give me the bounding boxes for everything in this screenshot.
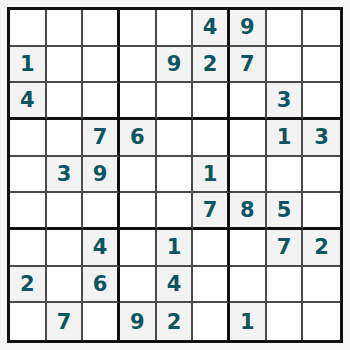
cell-r6c4[interactable]	[120, 193, 157, 230]
cell-r1c2[interactable]	[47, 10, 84, 47]
cell-r8c6[interactable]	[193, 267, 230, 304]
cell-r4c7[interactable]	[230, 120, 267, 157]
cell-r7c1[interactable]	[10, 230, 47, 267]
cell-r8c3[interactable]: 6	[83, 267, 120, 304]
cell-r8c5[interactable]: 4	[157, 267, 194, 304]
cell-r2c1[interactable]: 1	[10, 47, 47, 84]
cell-r7c4[interactable]	[120, 230, 157, 267]
cell-r3c4[interactable]	[120, 83, 157, 120]
cell-r9c8[interactable]	[267, 303, 304, 340]
cell-r8c1[interactable]: 2	[10, 267, 47, 304]
cell-r3c6[interactable]	[193, 83, 230, 120]
cell-r5c8[interactable]	[267, 157, 304, 194]
cell-r5c6[interactable]: 1	[193, 157, 230, 194]
cell-r7c8[interactable]: 7	[267, 230, 304, 267]
cell-r9c2[interactable]: 7	[47, 303, 84, 340]
sudoku-board: 49192743761339178541722647921	[7, 7, 343, 343]
cell-r8c7[interactable]	[230, 267, 267, 304]
cell-r7c7[interactable]	[230, 230, 267, 267]
cell-r9c9[interactable]	[303, 303, 340, 340]
cell-r2c7[interactable]: 7	[230, 47, 267, 84]
cell-r2c9[interactable]	[303, 47, 340, 84]
cell-r3c3[interactable]	[83, 83, 120, 120]
cell-r6c1[interactable]	[10, 193, 47, 230]
cell-r2c8[interactable]	[267, 47, 304, 84]
cell-r5c3[interactable]: 9	[83, 157, 120, 194]
cell-r4c9[interactable]: 3	[303, 120, 340, 157]
cell-r6c7[interactable]: 8	[230, 193, 267, 230]
cell-r8c9[interactable]	[303, 267, 340, 304]
cell-r3c2[interactable]	[47, 83, 84, 120]
cell-r2c4[interactable]	[120, 47, 157, 84]
cell-r2c6[interactable]: 2	[193, 47, 230, 84]
cell-r1c3[interactable]	[83, 10, 120, 47]
cell-r9c1[interactable]	[10, 303, 47, 340]
cell-r3c9[interactable]	[303, 83, 340, 120]
cell-r4c2[interactable]	[47, 120, 84, 157]
cell-r4c1[interactable]	[10, 120, 47, 157]
cell-r4c3[interactable]: 7	[83, 120, 120, 157]
cell-r8c4[interactable]	[120, 267, 157, 304]
cell-r9c7[interactable]: 1	[230, 303, 267, 340]
cell-r5c1[interactable]	[10, 157, 47, 194]
cell-r5c2[interactable]: 3	[47, 157, 84, 194]
cell-r4c4[interactable]: 6	[120, 120, 157, 157]
cell-r7c6[interactable]	[193, 230, 230, 267]
cell-r3c7[interactable]	[230, 83, 267, 120]
cell-r7c2[interactable]	[47, 230, 84, 267]
cell-r8c8[interactable]	[267, 267, 304, 304]
cell-r2c5[interactable]: 9	[157, 47, 194, 84]
cell-r1c5[interactable]	[157, 10, 194, 47]
cell-r9c3[interactable]	[83, 303, 120, 340]
cell-r6c3[interactable]	[83, 193, 120, 230]
cell-r7c3[interactable]: 4	[83, 230, 120, 267]
cell-r6c8[interactable]: 5	[267, 193, 304, 230]
cell-r6c6[interactable]: 7	[193, 193, 230, 230]
cell-r3c8[interactable]: 3	[267, 83, 304, 120]
cell-r9c5[interactable]: 2	[157, 303, 194, 340]
cell-r6c5[interactable]	[157, 193, 194, 230]
cell-r7c5[interactable]: 1	[157, 230, 194, 267]
cell-r2c3[interactable]	[83, 47, 120, 84]
cell-r1c1[interactable]	[10, 10, 47, 47]
cell-r4c5[interactable]	[157, 120, 194, 157]
cell-r7c9[interactable]: 2	[303, 230, 340, 267]
cell-r3c1[interactable]: 4	[10, 83, 47, 120]
cell-r1c6[interactable]: 4	[193, 10, 230, 47]
cell-r2c2[interactable]	[47, 47, 84, 84]
cell-r8c2[interactable]	[47, 267, 84, 304]
cell-r5c4[interactable]	[120, 157, 157, 194]
cell-r9c6[interactable]	[193, 303, 230, 340]
cell-r1c8[interactable]	[267, 10, 304, 47]
cell-r6c9[interactable]	[303, 193, 340, 230]
cell-r1c9[interactable]	[303, 10, 340, 47]
cell-r6c2[interactable]	[47, 193, 84, 230]
cell-r5c9[interactable]	[303, 157, 340, 194]
cell-r1c7[interactable]: 9	[230, 10, 267, 47]
sudoku-page: 49192743761339178541722647921	[0, 0, 350, 350]
cell-r1c4[interactable]	[120, 10, 157, 47]
cell-r9c4[interactable]: 9	[120, 303, 157, 340]
cell-r4c6[interactable]	[193, 120, 230, 157]
cell-r3c5[interactable]	[157, 83, 194, 120]
cell-r4c8[interactable]: 1	[267, 120, 304, 157]
cell-r5c5[interactable]	[157, 157, 194, 194]
cell-r5c7[interactable]	[230, 157, 267, 194]
